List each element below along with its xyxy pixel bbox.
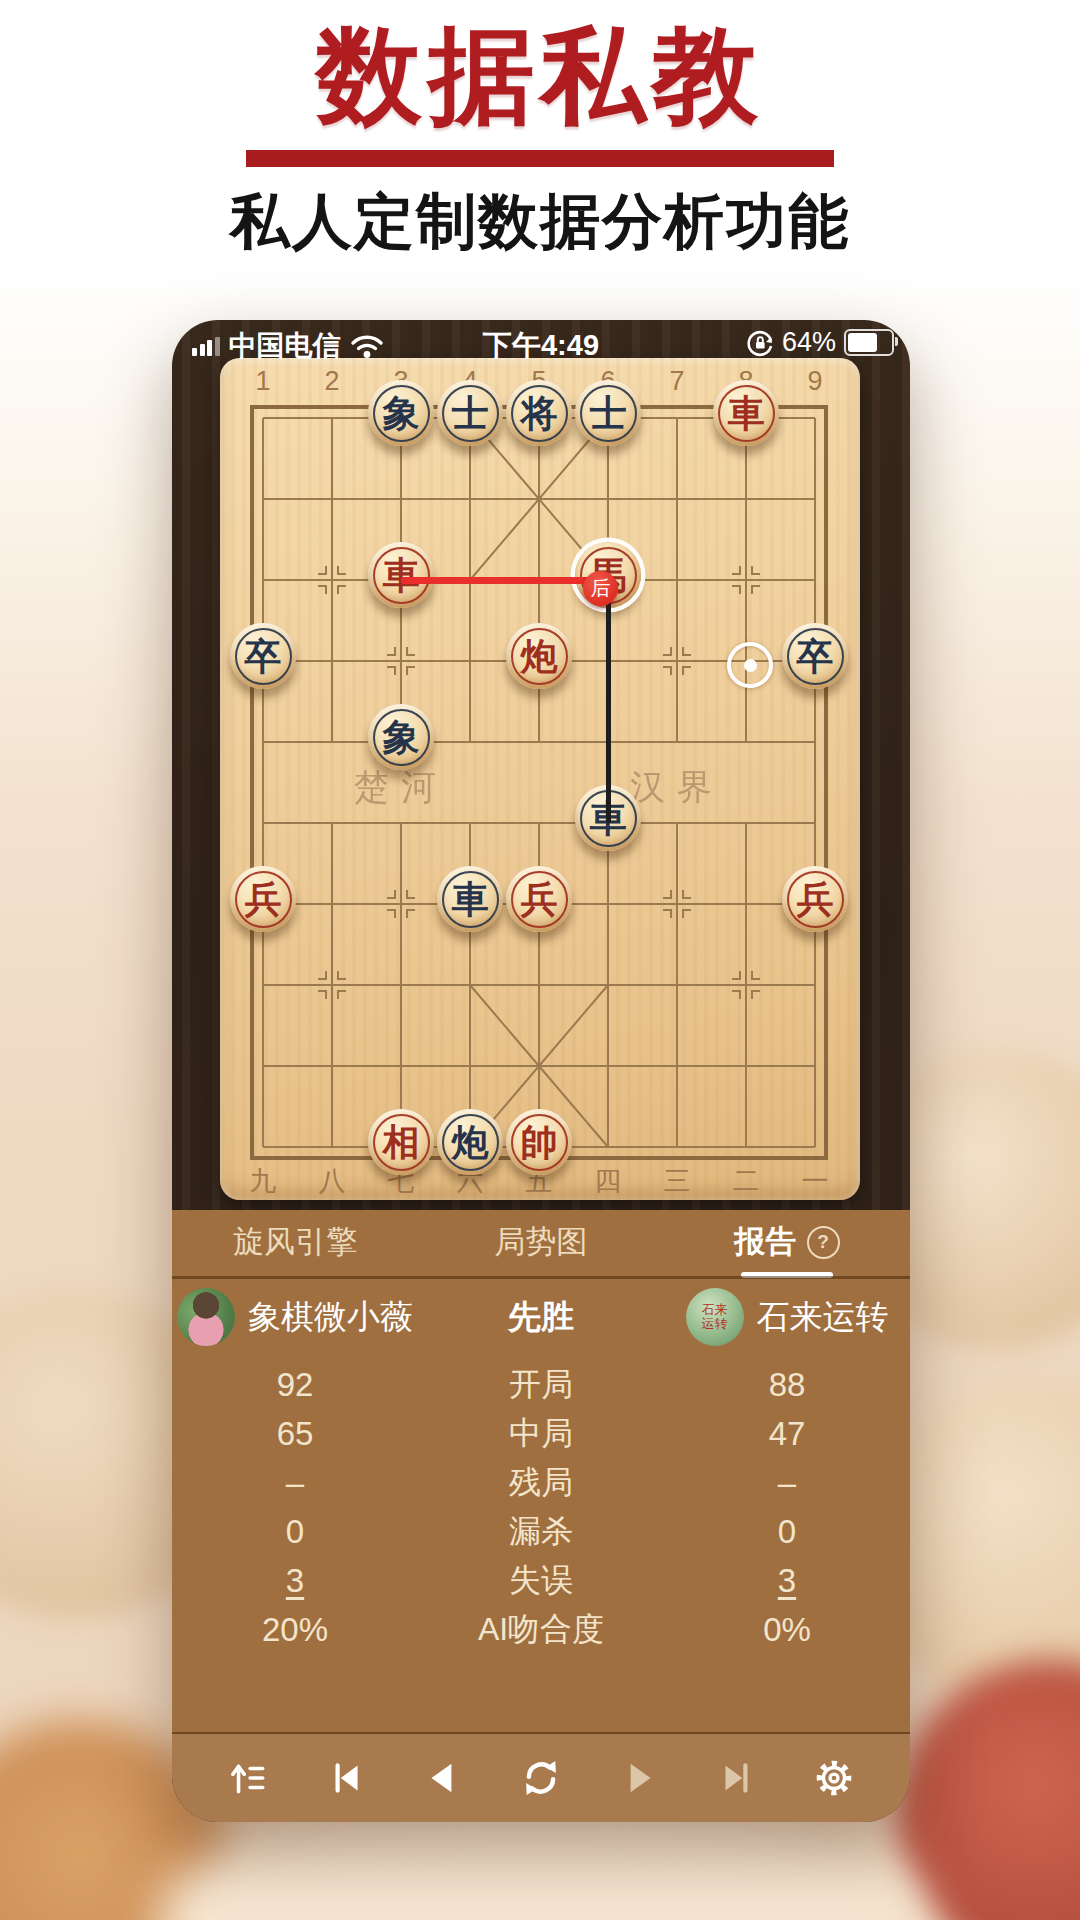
piece-glyph: 車 [452, 881, 489, 918]
help-icon[interactable]: ? [807, 1226, 840, 1259]
red-piece-車[interactable]: 車 [368, 542, 434, 608]
tab-label: 报告 [735, 1221, 797, 1263]
page-subtitle: 私人定制数据分析功能 [0, 182, 1080, 263]
status-bar: 中国电信 下午4:49 64% [172, 320, 910, 366]
red-piece-帥[interactable]: 帥 [506, 1109, 572, 1175]
river-label-right: 汉界 [630, 764, 724, 811]
background-photo-table [160, 1820, 920, 1920]
stats-table: 92开局8865中局47–残局–0漏杀03失误320%AI吻合度0% [172, 1360, 910, 1654]
coordinate-label: 二 [733, 1163, 760, 1199]
piece-glyph: 炮 [521, 638, 558, 675]
red-piece-炮[interactable]: 炮 [506, 623, 572, 689]
coordinate-label: 1 [255, 366, 270, 397]
piece-glyph: 兵 [797, 881, 834, 918]
stat-value-left: 65 [172, 1415, 418, 1453]
stat-value-right: 88 [664, 1366, 910, 1404]
stat-value-right[interactable]: 3 [664, 1562, 910, 1600]
piece-glyph: 炮 [452, 1124, 489, 1161]
avatar-left [177, 1288, 235, 1346]
stat-label: 残局 [418, 1461, 664, 1505]
piece-glyph: 車 [383, 557, 420, 594]
red-piece-車[interactable]: 車 [713, 380, 779, 446]
stat-row-AI吻合度: 20%AI吻合度0% [172, 1605, 910, 1654]
tab-label: 旋风引擎 [233, 1221, 357, 1263]
board-lines [249, 404, 829, 1161]
piece-glyph: 士 [590, 395, 627, 432]
piece-glyph: 兵 [245, 881, 282, 918]
black-piece-士[interactable]: 士 [437, 380, 503, 446]
stat-label: 失误 [418, 1559, 664, 1603]
black-piece-象[interactable]: 象 [368, 380, 434, 446]
stat-label: 开局 [418, 1363, 664, 1407]
player-left: 象棋微小薇 [172, 1288, 418, 1346]
page-title: 数据私教 [0, 16, 1080, 138]
coordinate-label: 7 [669, 366, 684, 397]
tab-局势图[interactable]: 局势图 [418, 1214, 664, 1270]
match-result: 先胜 [418, 1295, 664, 1340]
stat-value-left[interactable]: 3 [172, 1562, 418, 1600]
player-right: 石来运转 石来运转 [664, 1288, 910, 1346]
piece-glyph: 帥 [521, 1124, 558, 1161]
tab-bar: 旋风引擎局势图报告? [172, 1214, 910, 1270]
red-piece-兵[interactable]: 兵 [230, 866, 296, 932]
stat-row-残局: –残局– [172, 1458, 910, 1507]
phone-screenshot: 中国电信 下午4:49 64% 123456789 [172, 320, 910, 1822]
piece-glyph: 士 [452, 395, 489, 432]
stat-value-left: 92 [172, 1366, 418, 1404]
piece-glyph: 卒 [245, 638, 282, 675]
stat-label: 中局 [418, 1412, 664, 1456]
tab-报告[interactable]: 报告? [664, 1214, 910, 1270]
stat-value-left: 0 [172, 1513, 418, 1551]
settings-gear-icon[interactable] [812, 1756, 856, 1800]
stat-row-中局: 65中局47 [172, 1409, 910, 1458]
piece-glyph: 卒 [797, 638, 834, 675]
stat-label: AI吻合度 [418, 1608, 664, 1652]
piece-glyph: 将 [521, 395, 558, 432]
skip-start-icon[interactable] [324, 1756, 368, 1800]
players-row: 象棋微小薇 先胜 石来运转 石来运转 [172, 1282, 910, 1352]
black-piece-車[interactable]: 車 [437, 866, 503, 932]
red-move-line [401, 577, 608, 584]
stat-value-right: 0 [664, 1513, 910, 1551]
stat-row-失误: 3失误3 [172, 1556, 910, 1605]
piece-glyph: 兵 [521, 881, 558, 918]
piece-glyph: 象 [383, 719, 420, 756]
stat-value-left: 20% [172, 1611, 418, 1649]
coordinate-label: 2 [324, 366, 339, 397]
last-move-badge: 后 [583, 571, 618, 606]
black-piece-士[interactable]: 士 [575, 380, 641, 446]
red-piece-兵[interactable]: 兵 [506, 866, 572, 932]
stat-label: 漏杀 [418, 1510, 664, 1554]
black-piece-将[interactable]: 将 [506, 380, 572, 446]
stat-row-开局: 92开局88 [172, 1360, 910, 1409]
tab-旋风引擎[interactable]: 旋风引擎 [172, 1214, 418, 1270]
stat-value-right: 47 [664, 1415, 910, 1453]
black-piece-卒[interactable]: 卒 [230, 623, 296, 689]
avatar-right: 石来运转 [686, 1288, 744, 1346]
background-photo-red-piece [896, 1660, 1080, 1920]
coordinate-label: 9 [807, 366, 822, 397]
black-piece-卒[interactable]: 卒 [782, 623, 848, 689]
river-label-left: 楚河 [354, 764, 448, 811]
stat-row-漏杀: 0漏杀0 [172, 1507, 910, 1556]
red-piece-兵[interactable]: 兵 [782, 866, 848, 932]
target-marker [727, 642, 773, 688]
step-forward-icon[interactable] [617, 1756, 661, 1800]
black-piece-象[interactable]: 象 [368, 704, 434, 770]
board-grid: 楚河 汉界 象士将士車車馬卒炮卒象車兵車兵兵相炮帥后 [263, 418, 815, 1147]
stat-value-left: – [172, 1464, 418, 1502]
xiangqi-board: 123456789 楚河 汉界 象士将士車車馬卒炮卒象車兵車兵兵相炮帥后 九八七… [220, 358, 860, 1200]
skip-end-icon[interactable] [715, 1756, 759, 1800]
battery-icon [844, 329, 894, 356]
refresh-icon[interactable] [519, 1756, 563, 1800]
red-piece-相[interactable]: 相 [368, 1109, 434, 1175]
step-back-icon[interactable] [421, 1756, 465, 1800]
piece-glyph: 車 [728, 395, 765, 432]
black-piece-炮[interactable]: 炮 [437, 1109, 503, 1175]
piece-glyph: 象 [383, 395, 420, 432]
title-underline-bar [246, 150, 834, 167]
black-move-line [606, 580, 611, 823]
coordinate-label: 三 [664, 1163, 691, 1199]
coordinate-label: 九 [250, 1163, 277, 1199]
playback-toolbar [172, 1734, 910, 1822]
player-left-name: 象棋微小薇 [248, 1295, 413, 1340]
coordinate-label: 一 [802, 1163, 829, 1199]
divider [172, 1276, 910, 1279]
analysis-panel: 旋风引擎局势图报告? 象棋微小薇 先胜 石来运转 石来运转 92开局8865中局… [172, 1210, 910, 1822]
coordinate-label: 八 [319, 1163, 346, 1199]
stat-value-right: – [664, 1464, 910, 1502]
move-list-icon[interactable] [226, 1756, 270, 1800]
player-right-name: 石来运转 [757, 1295, 889, 1340]
piece-glyph: 相 [383, 1124, 420, 1161]
rotation-lock-icon [746, 329, 774, 357]
tab-label: 局势图 [495, 1221, 588, 1263]
coordinate-label: 四 [595, 1163, 622, 1199]
battery-percent-label: 64% [782, 327, 836, 358]
stat-value-right: 0% [664, 1611, 910, 1649]
